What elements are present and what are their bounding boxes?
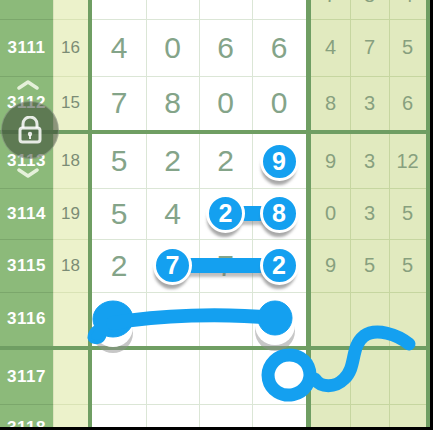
count-cell: 16 — [53, 19, 88, 76]
chevron-up-icon[interactable] — [17, 80, 39, 90]
summary-cell: 5 — [389, 239, 426, 292]
digit-cell[interactable]: 8 — [146, 76, 199, 130]
summary-cell: 9 — [311, 239, 350, 292]
summary-cell-text: 12 — [396, 150, 418, 173]
summary-cell-text: 9 — [325, 150, 336, 173]
summary-cell-text: 9 — [325, 254, 336, 277]
chevron-down-icon[interactable] — [17, 168, 39, 178]
summary-cell: 7 — [311, 0, 350, 19]
summary-cell-text: 6 — [402, 92, 413, 115]
digit-cell-text: 0 — [271, 86, 288, 120]
lock-icon — [17, 116, 43, 144]
draw-number-3118: 3118 — [0, 404, 53, 427]
digit-cell[interactable]: 2 — [146, 134, 199, 188]
summary-cell: 9 — [311, 134, 350, 188]
digit-cell[interactable]: 5 — [92, 134, 146, 188]
circled-digit-text: 8 — [272, 199, 286, 228]
summary-cell-text: 5 — [402, 254, 413, 277]
lock-button[interactable] — [1, 101, 59, 159]
draw-number-3115-text: 3115 — [7, 256, 46, 276]
digit-cell-text: 8 — [164, 86, 181, 120]
summary-cell: 0 — [311, 188, 350, 239]
digit-cell-text: 7 — [111, 86, 128, 120]
summary-cell: 3 — [350, 134, 389, 188]
digit-cell-text: 6 — [271, 0, 288, 7]
circled-digit-text: 2 — [272, 251, 286, 280]
draw-number-3111-text: 3111 — [8, 38, 46, 58]
circled-digit-text: 7 — [166, 251, 180, 280]
digit-cell[interactable]: 0 — [252, 76, 306, 130]
count-cell-text: 15 — [61, 93, 80, 113]
summary-cell: 5 — [350, 239, 389, 292]
digit-cell[interactable]: 6 — [199, 19, 252, 76]
summary-cell-text: 3 — [364, 150, 375, 173]
digit-cell-text: 2 — [164, 144, 181, 178]
digit-cell[interactable]: 4 — [146, 188, 199, 239]
summary-cell-text: 3 — [364, 202, 375, 225]
digit-cell-text: 8 — [164, 0, 181, 7]
digit-cell-text: 5 — [111, 144, 128, 178]
circled-digit-text: 9 — [272, 147, 286, 176]
digit-cell[interactable]: 6 — [252, 19, 306, 76]
lottery-chart-screen: 7866784311116406647531121578008363113185… — [0, 0, 433, 430]
summary-cell-text: 8 — [364, 0, 375, 7]
summary-cell-text: 0 — [325, 202, 336, 225]
digit-cell[interactable]: 6 — [199, 0, 252, 19]
summary-cell: 3 — [350, 188, 389, 239]
summary-cell: 4 — [311, 19, 350, 76]
circled-digit-marker[interactable]: 8 — [260, 194, 299, 233]
digit-cell-text: 6 — [217, 31, 234, 65]
draw-number-3114-text: 3114 — [7, 204, 46, 224]
summary-cell: 7 — [350, 19, 389, 76]
digit-cell[interactable]: 7 — [92, 0, 146, 19]
summary-cell-text: 5 — [364, 254, 375, 277]
digit-cell[interactable]: 2 — [199, 134, 252, 188]
circled-digit-marker[interactable]: 9 — [260, 142, 299, 181]
draw-number-3115: 3115 — [0, 239, 53, 292]
summary-cell-text: 4 — [402, 0, 413, 7]
digit-cell-text: 2 — [111, 249, 128, 283]
count-cell-text: 18 — [61, 151, 80, 171]
summary-cell: 8 — [311, 76, 350, 130]
summary-cell-text: 3 — [364, 92, 375, 115]
count-cell: 15 — [53, 76, 88, 130]
draw-number-3116-text: 3116 — [7, 309, 46, 329]
digit-cell-text: 5 — [111, 197, 128, 231]
digit-cell-text: 6 — [271, 31, 288, 65]
digit-cell[interactable]: 0 — [199, 76, 252, 130]
draw-number-3116: 3116 — [0, 292, 53, 346]
summary-cell-text: 7 — [364, 36, 375, 59]
digit-cell-text: 0 — [217, 86, 234, 120]
summary-cell: 5 — [389, 188, 426, 239]
summary-cell: 3 — [350, 76, 389, 130]
digit-cell-text: 4 — [164, 197, 181, 231]
digit-cell[interactable]: 8 — [146, 0, 199, 19]
draw-number-3111: 3111 — [0, 19, 53, 76]
circled-digit-text: 2 — [219, 199, 233, 228]
digit-cell[interactable]: 7 — [92, 76, 146, 130]
count-cell: 19 — [53, 188, 88, 239]
count-cell-text: 18 — [61, 256, 80, 276]
summary-cell-text: 7 — [325, 0, 336, 7]
summary-cell: 8 — [350, 0, 389, 19]
digit-cell-text: 0 — [164, 31, 181, 65]
digit-cell-text: 2 — [217, 144, 234, 178]
summary-cell: 4 — [389, 0, 426, 19]
draw-number-3117-text: 3117 — [7, 367, 46, 387]
digit-cell-text: 7 — [111, 0, 128, 7]
draw-number-3117: 3117 — [0, 350, 53, 404]
summary-cell: 6 — [389, 76, 426, 130]
digit-cell[interactable]: 4 — [92, 19, 146, 76]
digit-cell[interactable]: 5 — [92, 188, 146, 239]
digit-cell[interactable]: 2 — [92, 239, 146, 292]
circled-digit-marker[interactable]: 2 — [206, 194, 245, 233]
summary-cell-text: 5 — [402, 202, 413, 225]
count-cell-text: 16 — [61, 38, 80, 58]
digit-cell-text: 4 — [111, 31, 128, 65]
count-cell: 18 — [53, 239, 88, 292]
draw-number-3118-text: 3118 — [7, 418, 46, 428]
count-cell: 18 — [53, 134, 88, 188]
circled-digit-marker[interactable]: 7 — [153, 246, 192, 285]
digit-cell[interactable]: 0 — [146, 19, 199, 76]
summary-cell-text: 5 — [402, 36, 413, 59]
draw-number-3114: 3114 — [0, 188, 53, 239]
circled-digit-marker[interactable]: 2 — [260, 246, 299, 285]
summary-cell-text: 4 — [325, 36, 336, 59]
summary-cell: 12 — [389, 134, 426, 188]
digit-cell[interactable]: 6 — [252, 0, 306, 19]
summary-cell: 5 — [389, 19, 426, 76]
count-cell-text: 19 — [61, 204, 80, 224]
summary-cell-text: 8 — [325, 92, 336, 115]
digit-cell-text: 6 — [217, 0, 234, 7]
